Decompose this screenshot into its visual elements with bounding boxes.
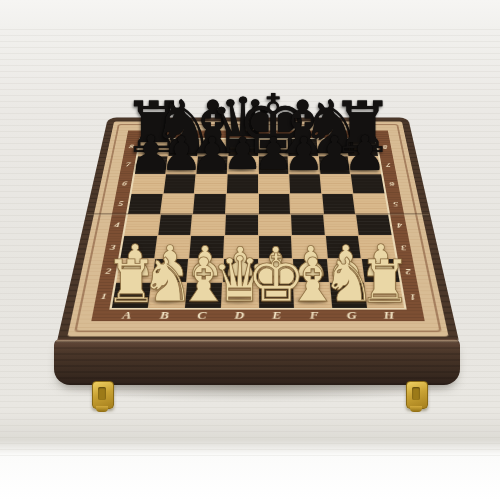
file-label: E <box>240 131 247 137</box>
rank-label: 7 <box>385 162 391 168</box>
squares-grid <box>109 138 406 310</box>
rank-label: 6 <box>388 181 394 187</box>
square-d2 <box>223 259 257 282</box>
rank-label: 2 <box>404 267 411 274</box>
square-h7 <box>349 156 381 174</box>
square-b1 <box>149 283 187 308</box>
square-c2 <box>187 259 223 282</box>
file-label: C <box>299 131 307 137</box>
square-g7 <box>319 156 350 174</box>
square-g8 <box>317 139 348 156</box>
file-label: H <box>383 310 395 320</box>
brass-clasp-right <box>406 381 428 409</box>
square-c7 <box>197 156 228 174</box>
square-h8 <box>347 139 378 156</box>
square-f6 <box>289 175 321 194</box>
square-c3 <box>189 236 223 258</box>
file-labels-top: ABCDEFGH <box>139 131 376 138</box>
square-b5 <box>161 194 194 214</box>
rank-label: 5 <box>392 200 398 206</box>
square-d5 <box>226 194 258 214</box>
file-label: B <box>328 131 336 137</box>
rank-label: 3 <box>110 244 117 251</box>
rank-label: 6 <box>122 181 128 187</box>
file-label: G <box>180 131 188 137</box>
square-h3 <box>359 236 395 258</box>
square-f4 <box>291 214 324 235</box>
square-f2 <box>293 259 329 282</box>
file-labels-bottom: ABCDEFGH <box>107 310 408 322</box>
square-b6 <box>163 175 195 194</box>
rank-label: 8 <box>129 144 135 149</box>
square-e2 <box>259 259 293 282</box>
file-label: F <box>309 310 319 320</box>
square-b4 <box>158 214 192 235</box>
square-c6 <box>195 175 227 194</box>
square-g4 <box>324 214 358 235</box>
file-label: D <box>234 310 244 320</box>
square-d1 <box>222 283 258 308</box>
file-label: G <box>346 310 357 320</box>
rank-label: 5 <box>118 200 124 206</box>
square-h4 <box>356 214 391 235</box>
square-b7 <box>166 156 197 174</box>
file-label: H <box>150 131 159 137</box>
rank-label: 1 <box>100 292 107 300</box>
file-label: B <box>159 310 169 320</box>
rank-label: 4 <box>114 221 120 228</box>
file-label: A <box>357 131 365 137</box>
rank-label: 1 <box>409 292 416 300</box>
square-f7 <box>289 156 320 174</box>
square-d6 <box>227 175 258 194</box>
square-a6 <box>132 175 165 194</box>
product-photo-chess-set: ABCDEFGH ABCDEFGH 12345678 12345678 ♜♞♝♛… <box>0 0 500 500</box>
rank-label: 8 <box>382 144 388 149</box>
coordinate-ring: ABCDEFGH ABCDEFGH 12345678 12345678 <box>91 131 424 322</box>
square-a2 <box>116 259 154 282</box>
square-d3 <box>224 236 257 258</box>
square-e8 <box>258 139 287 156</box>
square-a5 <box>128 194 162 214</box>
brass-clasp-left <box>92 381 114 409</box>
square-h2 <box>362 259 400 282</box>
square-a7 <box>135 156 167 174</box>
rank-label: 4 <box>396 221 402 228</box>
square-e3 <box>259 236 292 258</box>
square-a4 <box>124 214 159 235</box>
square-c1 <box>185 283 222 308</box>
square-c5 <box>193 194 225 214</box>
square-f8 <box>288 139 318 156</box>
square-b3 <box>155 236 190 258</box>
square-d7 <box>228 156 258 174</box>
file-label: F <box>210 131 218 137</box>
square-e7 <box>258 156 288 174</box>
square-g6 <box>320 175 352 194</box>
square-f1 <box>294 283 331 308</box>
board-front-edge <box>54 339 460 385</box>
square-g1 <box>330 283 368 308</box>
maple-border: ABCDEFGH ABCDEFGH 12345678 12345678 <box>67 121 448 336</box>
square-a8 <box>138 139 169 156</box>
square-c4 <box>191 214 224 235</box>
square-e1 <box>259 283 295 308</box>
square-d8 <box>228 139 257 156</box>
square-e4 <box>259 214 292 235</box>
square-c8 <box>198 139 228 156</box>
chess-board: ABCDEFGH ABCDEFGH 12345678 12345678 <box>57 118 460 344</box>
file-label: E <box>272 310 281 320</box>
square-e6 <box>258 175 289 194</box>
square-h5 <box>354 194 388 214</box>
square-g2 <box>328 259 365 282</box>
square-g5 <box>322 194 355 214</box>
square-b2 <box>152 259 189 282</box>
file-label: C <box>197 310 207 320</box>
rank-label: 3 <box>400 244 407 251</box>
square-f5 <box>290 194 322 214</box>
square-g3 <box>326 236 361 258</box>
square-f3 <box>292 236 326 258</box>
square-h1 <box>365 283 404 308</box>
square-h6 <box>351 175 384 194</box>
file-label: A <box>122 310 133 320</box>
square-a3 <box>120 236 156 258</box>
rank-label: 7 <box>125 162 131 168</box>
square-d4 <box>225 214 258 235</box>
square-b8 <box>168 139 199 156</box>
square-a1 <box>112 283 151 308</box>
file-label: D <box>269 131 277 137</box>
square-e5 <box>258 194 290 214</box>
rank-label: 2 <box>105 267 112 274</box>
